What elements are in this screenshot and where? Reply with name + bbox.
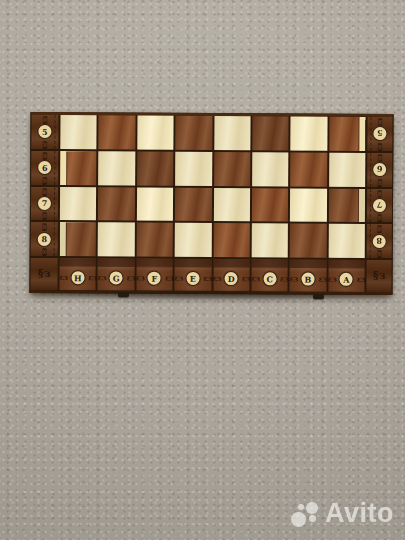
scroll-ornament-icon: εз bbox=[42, 212, 47, 220]
square-h5 bbox=[60, 115, 97, 149]
rank-label-cell-left: εз8εз bbox=[31, 222, 58, 256]
rank-label-cell-left: εз6εз bbox=[31, 151, 58, 185]
square-h8 bbox=[60, 222, 97, 256]
rank-label: 6 bbox=[372, 162, 387, 177]
square-e8 bbox=[175, 223, 212, 257]
file-label-cell: εзGεз bbox=[98, 258, 135, 290]
file-label-cell: εзCεз bbox=[251, 259, 288, 291]
file-label: D bbox=[224, 271, 239, 286]
file-label-cell: εзHεз bbox=[59, 258, 96, 290]
square-d8 bbox=[213, 223, 250, 257]
scroll-ornament-icon: εз bbox=[328, 277, 336, 282]
corner-ornament-cell: §з bbox=[366, 260, 391, 292]
rank-label-cell-right: εз7εз bbox=[367, 188, 392, 222]
rank-label: 7 bbox=[372, 198, 387, 213]
file-label-cell: εзEεз bbox=[175, 259, 212, 291]
square-f6 bbox=[137, 151, 174, 185]
square-e5 bbox=[175, 116, 212, 150]
rank-label-cell-left: εз5εз bbox=[31, 115, 58, 149]
file-label: G bbox=[109, 270, 124, 285]
scroll-ornament-icon: εз bbox=[377, 118, 382, 126]
scroll-ornament-icon: εз bbox=[377, 189, 382, 197]
square-f8 bbox=[136, 223, 173, 257]
scroll-ornament-icon: εз bbox=[213, 276, 221, 281]
square-a7 bbox=[329, 188, 366, 222]
square-b8 bbox=[290, 224, 327, 258]
scroll-ornament-icon: §з bbox=[38, 269, 51, 279]
avito-logo-icon bbox=[291, 499, 320, 528]
rank-label: 8 bbox=[37, 232, 52, 247]
square-c8 bbox=[252, 223, 289, 257]
square-g7 bbox=[98, 187, 135, 221]
corner-ornament-cell: §з bbox=[30, 258, 57, 290]
scroll-ornament-icon: εз bbox=[42, 187, 47, 195]
file-label-cell: εзBεз bbox=[290, 259, 327, 291]
scroll-ornament-icon: εз bbox=[59, 275, 67, 280]
file-label: C bbox=[262, 271, 277, 286]
square-h6 bbox=[60, 151, 97, 185]
scroll-ornament-icon: §з bbox=[373, 271, 386, 281]
square-b6 bbox=[290, 152, 327, 186]
rank-label-cell-right: εз5εз bbox=[367, 117, 392, 151]
file-label: H bbox=[70, 270, 85, 285]
square-g8 bbox=[98, 223, 135, 257]
square-f7 bbox=[137, 187, 174, 221]
square-e6 bbox=[175, 152, 212, 186]
scroll-ornament-icon: εз bbox=[42, 115, 47, 123]
scroll-ornament-icon: εз bbox=[88, 275, 96, 280]
scroll-ornament-icon: εз bbox=[289, 276, 297, 281]
scroll-ornament-icon: εз bbox=[136, 276, 144, 281]
scroll-ornament-icon: εз bbox=[174, 276, 182, 281]
scroll-ornament-icon: εз bbox=[357, 277, 365, 282]
rank-label-cell-left: εз7εз bbox=[31, 186, 58, 220]
square-d5 bbox=[214, 116, 251, 150]
scroll-ornament-icon: εз bbox=[203, 276, 211, 281]
scroll-ornament-icon: εз bbox=[42, 176, 47, 184]
square-d6 bbox=[214, 152, 251, 186]
photo-background: εз5εзεз5εзεз6εзεз6εзεз7εзεз7εзεз8εзεз8εз… bbox=[0, 0, 405, 540]
scroll-ornament-icon: εз bbox=[377, 250, 382, 258]
scroll-ornament-icon: εз bbox=[377, 225, 382, 233]
square-a5 bbox=[329, 117, 366, 151]
hinge bbox=[313, 294, 324, 299]
watermark-text: Avito bbox=[325, 500, 394, 527]
file-label-cell: εзFεз bbox=[136, 259, 173, 291]
square-d7 bbox=[213, 188, 250, 222]
square-b7 bbox=[290, 188, 327, 222]
rank-label-cell-right: εз6εз bbox=[367, 153, 392, 187]
scroll-ornament-icon: εз bbox=[377, 153, 382, 161]
square-c5 bbox=[252, 116, 289, 150]
scroll-ornament-icon: εз bbox=[318, 277, 326, 282]
rank-label: 6 bbox=[37, 160, 52, 175]
file-label: F bbox=[147, 271, 162, 286]
square-a8 bbox=[328, 224, 365, 258]
scroll-ornament-icon: εз bbox=[42, 140, 47, 148]
square-b5 bbox=[291, 116, 328, 150]
scroll-ornament-icon: εз bbox=[127, 275, 135, 280]
square-e7 bbox=[175, 187, 212, 221]
file-label-cell: εзAεз bbox=[328, 260, 365, 292]
file-label-cell: εзDεз bbox=[213, 259, 250, 291]
scroll-ornament-icon: εз bbox=[165, 276, 173, 281]
square-g6 bbox=[98, 151, 135, 185]
chess-board: εз5εзεз5εзεз6εзεз6εзεз7εзεз7εзεз8εзεз8εз… bbox=[29, 112, 393, 295]
scroll-ornament-icon: εз bbox=[242, 276, 250, 281]
scroll-ornament-icon: εз bbox=[251, 276, 259, 281]
rank-label: 5 bbox=[372, 126, 387, 141]
file-label: E bbox=[185, 271, 200, 286]
square-c6 bbox=[252, 152, 289, 186]
rank-label: 5 bbox=[37, 124, 52, 139]
scroll-ornament-icon: εз bbox=[280, 276, 288, 281]
file-label: A bbox=[339, 272, 354, 287]
avito-watermark: Avito bbox=[291, 499, 394, 528]
file-label: B bbox=[300, 272, 315, 287]
chess-board-grid: εз5εзεз5εзεз6εзεз6εзεз7εзεз7εзεз8εзεз8εз… bbox=[30, 115, 392, 292]
rank-label-cell-right: εз8εз bbox=[367, 224, 392, 258]
scroll-ornament-icon: εз bbox=[42, 223, 47, 231]
square-g5 bbox=[99, 115, 136, 149]
scroll-ornament-icon: εз bbox=[98, 275, 106, 280]
square-a6 bbox=[329, 152, 366, 186]
scroll-ornament-icon: εз bbox=[42, 247, 47, 255]
scroll-ornament-icon: εз bbox=[42, 151, 47, 159]
rank-label: 8 bbox=[372, 234, 387, 249]
scroll-ornament-icon: εз bbox=[377, 178, 382, 186]
square-c7 bbox=[252, 188, 289, 222]
hinge bbox=[118, 292, 129, 297]
square-h7 bbox=[60, 187, 97, 221]
rank-label: 7 bbox=[37, 196, 52, 211]
scroll-ornament-icon: εз bbox=[377, 214, 382, 222]
scroll-ornament-icon: εз bbox=[377, 142, 382, 150]
square-f5 bbox=[137, 116, 174, 150]
